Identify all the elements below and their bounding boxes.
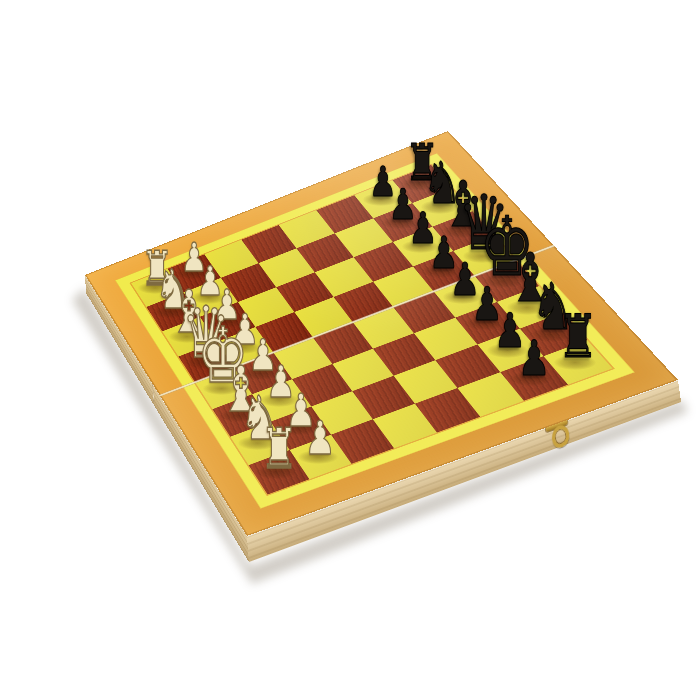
piece-black-pawn[interactable]: ♟ <box>512 335 556 384</box>
piece-white-pawn[interactable]: ♟ <box>299 415 341 461</box>
piece-black-rook[interactable]: ♜ <box>551 308 605 368</box>
chess-set-photo: ♜♞♝♛♚♝♞♜♟♟♟♟♟♟♟♟♟♟♟♟♟♟♟♟♜♞♝♛♚♝♞♜ <box>0 0 700 700</box>
piece-white-rook[interactable]: ♜ <box>254 421 304 477</box>
